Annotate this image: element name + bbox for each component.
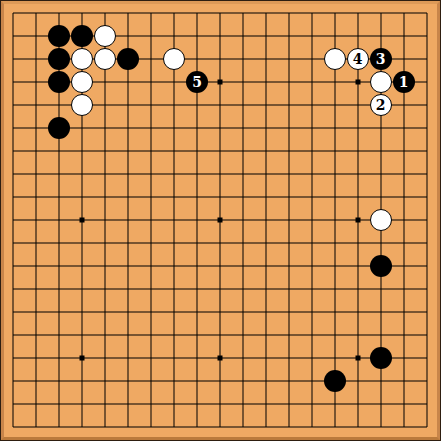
intersection-D10[interactable] <box>71 209 94 232</box>
intersection-K10[interactable] <box>209 209 232 232</box>
intersection-A19[interactable] <box>2 2 25 25</box>
intersection-H8[interactable] <box>163 254 186 277</box>
intersection-A4[interactable] <box>2 346 25 369</box>
intersection-L12[interactable] <box>231 163 254 186</box>
intersection-F15[interactable] <box>117 94 140 117</box>
intersection-T8[interactable] <box>415 254 438 277</box>
intersection-S15[interactable] <box>392 94 415 117</box>
intersection-T12[interactable] <box>415 163 438 186</box>
intersection-Q16[interactable] <box>346 71 369 94</box>
intersection-Q18[interactable] <box>346 25 369 48</box>
intersection-S8[interactable] <box>392 254 415 277</box>
intersection-B8[interactable] <box>25 254 48 277</box>
intersection-R13[interactable] <box>369 140 392 163</box>
intersection-E6[interactable] <box>94 300 117 323</box>
intersection-B1[interactable] <box>25 415 48 438</box>
intersection-A10[interactable] <box>2 209 25 232</box>
intersection-E4[interactable] <box>94 346 117 369</box>
intersection-F18[interactable] <box>117 25 140 48</box>
intersection-F1[interactable] <box>117 415 140 438</box>
intersection-T7[interactable] <box>415 277 438 300</box>
intersection-E11[interactable] <box>94 186 117 209</box>
intersection-A5[interactable] <box>2 323 25 346</box>
intersection-L5[interactable] <box>231 323 254 346</box>
intersection-B4[interactable] <box>25 346 48 369</box>
intersection-P18[interactable] <box>323 25 346 48</box>
intersection-P16[interactable] <box>323 71 346 94</box>
intersection-M13[interactable] <box>254 140 277 163</box>
intersection-O5[interactable] <box>300 323 323 346</box>
intersection-C5[interactable] <box>48 323 71 346</box>
intersection-B12[interactable] <box>25 163 48 186</box>
intersection-N13[interactable] <box>277 140 300 163</box>
intersection-M7[interactable] <box>254 277 277 300</box>
intersection-N16[interactable] <box>277 71 300 94</box>
intersection-C2[interactable] <box>48 392 71 415</box>
intersection-L10[interactable] <box>231 209 254 232</box>
intersection-D17[interactable] <box>71 48 94 71</box>
intersection-G19[interactable] <box>140 2 163 25</box>
intersection-F4[interactable] <box>117 346 140 369</box>
intersection-P9[interactable] <box>323 231 346 254</box>
intersection-H6[interactable] <box>163 300 186 323</box>
intersection-K2[interactable] <box>209 392 232 415</box>
intersection-H3[interactable] <box>163 369 186 392</box>
intersection-D5[interactable] <box>71 323 94 346</box>
intersection-Q1[interactable] <box>346 415 369 438</box>
intersection-M17[interactable] <box>254 48 277 71</box>
intersection-S16[interactable]: 1 <box>392 71 415 94</box>
intersection-G7[interactable] <box>140 277 163 300</box>
intersection-L14[interactable] <box>231 117 254 140</box>
intersection-K11[interactable] <box>209 186 232 209</box>
intersection-O14[interactable] <box>300 117 323 140</box>
intersection-S19[interactable] <box>392 2 415 25</box>
intersection-R17[interactable]: 3 <box>369 48 392 71</box>
intersection-E8[interactable] <box>94 254 117 277</box>
intersection-Q5[interactable] <box>346 323 369 346</box>
intersection-C9[interactable] <box>48 231 71 254</box>
intersection-J18[interactable] <box>186 25 209 48</box>
intersection-T16[interactable] <box>415 71 438 94</box>
intersection-L6[interactable] <box>231 300 254 323</box>
intersection-F10[interactable] <box>117 209 140 232</box>
intersection-B6[interactable] <box>25 300 48 323</box>
intersection-M1[interactable] <box>254 415 277 438</box>
intersection-P6[interactable] <box>323 300 346 323</box>
intersection-B18[interactable] <box>25 25 48 48</box>
intersection-N14[interactable] <box>277 117 300 140</box>
intersection-J19[interactable] <box>186 2 209 25</box>
intersection-H14[interactable] <box>163 117 186 140</box>
intersection-G15[interactable] <box>140 94 163 117</box>
intersection-S2[interactable] <box>392 392 415 415</box>
intersection-O12[interactable] <box>300 163 323 186</box>
intersection-P1[interactable] <box>323 415 346 438</box>
intersection-D19[interactable] <box>71 2 94 25</box>
intersection-B10[interactable] <box>25 209 48 232</box>
intersection-A14[interactable] <box>2 117 25 140</box>
intersection-O4[interactable] <box>300 346 323 369</box>
intersection-G4[interactable] <box>140 346 163 369</box>
intersection-J12[interactable] <box>186 163 209 186</box>
intersection-K17[interactable] <box>209 48 232 71</box>
intersection-C17[interactable] <box>48 48 71 71</box>
intersection-Q9[interactable] <box>346 231 369 254</box>
intersection-H7[interactable] <box>163 277 186 300</box>
intersection-D1[interactable] <box>71 415 94 438</box>
intersection-G17[interactable] <box>140 48 163 71</box>
intersection-B3[interactable] <box>25 369 48 392</box>
intersection-Q10[interactable] <box>346 209 369 232</box>
intersection-K6[interactable] <box>209 300 232 323</box>
intersection-K5[interactable] <box>209 323 232 346</box>
intersection-H12[interactable] <box>163 163 186 186</box>
intersection-T2[interactable] <box>415 392 438 415</box>
intersection-A17[interactable] <box>2 48 25 71</box>
intersection-F17[interactable] <box>117 48 140 71</box>
intersection-M15[interactable] <box>254 94 277 117</box>
intersection-T5[interactable] <box>415 323 438 346</box>
intersection-M14[interactable] <box>254 117 277 140</box>
intersection-C19[interactable] <box>48 2 71 25</box>
intersection-N10[interactable] <box>277 209 300 232</box>
intersection-E12[interactable] <box>94 163 117 186</box>
intersection-B9[interactable] <box>25 231 48 254</box>
intersection-Q19[interactable] <box>346 2 369 25</box>
intersection-L2[interactable] <box>231 392 254 415</box>
intersection-Q17[interactable]: 4 <box>346 48 369 71</box>
intersection-N12[interactable] <box>277 163 300 186</box>
intersection-L9[interactable] <box>231 231 254 254</box>
intersection-E17[interactable] <box>94 48 117 71</box>
intersection-N4[interactable] <box>277 346 300 369</box>
intersection-B7[interactable] <box>25 277 48 300</box>
intersection-O16[interactable] <box>300 71 323 94</box>
intersection-H1[interactable] <box>163 415 186 438</box>
intersection-O2[interactable] <box>300 392 323 415</box>
intersection-P3[interactable] <box>323 369 346 392</box>
intersection-L16[interactable] <box>231 71 254 94</box>
intersection-B11[interactable] <box>25 186 48 209</box>
intersection-N5[interactable] <box>277 323 300 346</box>
intersection-R5[interactable] <box>369 323 392 346</box>
intersection-K4[interactable] <box>209 346 232 369</box>
intersection-E14[interactable] <box>94 117 117 140</box>
intersection-P2[interactable] <box>323 392 346 415</box>
intersection-L15[interactable] <box>231 94 254 117</box>
intersection-J5[interactable] <box>186 323 209 346</box>
intersection-K9[interactable] <box>209 231 232 254</box>
intersection-P13[interactable] <box>323 140 346 163</box>
intersection-G16[interactable] <box>140 71 163 94</box>
intersection-R9[interactable] <box>369 231 392 254</box>
intersection-N1[interactable] <box>277 415 300 438</box>
intersection-F14[interactable] <box>117 117 140 140</box>
intersection-C12[interactable] <box>48 163 71 186</box>
intersection-H15[interactable] <box>163 94 186 117</box>
intersection-R3[interactable] <box>369 369 392 392</box>
intersection-K14[interactable] <box>209 117 232 140</box>
intersection-R11[interactable] <box>369 186 392 209</box>
intersection-N19[interactable] <box>277 2 300 25</box>
intersection-R2[interactable] <box>369 392 392 415</box>
intersection-D9[interactable] <box>71 231 94 254</box>
intersection-H5[interactable] <box>163 323 186 346</box>
intersection-T14[interactable] <box>415 117 438 140</box>
intersection-L18[interactable] <box>231 25 254 48</box>
intersection-Q11[interactable] <box>346 186 369 209</box>
intersection-F9[interactable] <box>117 231 140 254</box>
intersection-K12[interactable] <box>209 163 232 186</box>
intersection-M5[interactable] <box>254 323 277 346</box>
intersection-P19[interactable] <box>323 2 346 25</box>
intersection-B14[interactable] <box>25 117 48 140</box>
intersection-C11[interactable] <box>48 186 71 209</box>
intersection-B13[interactable] <box>25 140 48 163</box>
intersection-R19[interactable] <box>369 2 392 25</box>
intersection-J10[interactable] <box>186 209 209 232</box>
intersection-J3[interactable] <box>186 369 209 392</box>
intersection-F12[interactable] <box>117 163 140 186</box>
intersection-T15[interactable] <box>415 94 438 117</box>
intersection-M3[interactable] <box>254 369 277 392</box>
intersection-B16[interactable] <box>25 71 48 94</box>
intersection-O11[interactable] <box>300 186 323 209</box>
intersection-M11[interactable] <box>254 186 277 209</box>
intersection-P5[interactable] <box>323 323 346 346</box>
intersection-O19[interactable] <box>300 2 323 25</box>
intersection-C7[interactable] <box>48 277 71 300</box>
intersection-E10[interactable] <box>94 209 117 232</box>
intersection-C15[interactable] <box>48 94 71 117</box>
intersection-H17[interactable] <box>163 48 186 71</box>
intersection-F2[interactable] <box>117 392 140 415</box>
intersection-S7[interactable] <box>392 277 415 300</box>
intersection-A18[interactable] <box>2 25 25 48</box>
intersection-A9[interactable] <box>2 231 25 254</box>
intersection-S5[interactable] <box>392 323 415 346</box>
intersection-G8[interactable] <box>140 254 163 277</box>
intersection-E5[interactable] <box>94 323 117 346</box>
intersection-Q8[interactable] <box>346 254 369 277</box>
intersection-K1[interactable] <box>209 415 232 438</box>
intersection-O10[interactable] <box>300 209 323 232</box>
intersection-S17[interactable] <box>392 48 415 71</box>
intersection-A15[interactable] <box>2 94 25 117</box>
intersection-N6[interactable] <box>277 300 300 323</box>
intersection-L11[interactable] <box>231 186 254 209</box>
intersection-E7[interactable] <box>94 277 117 300</box>
intersection-C16[interactable] <box>48 71 71 94</box>
intersection-D18[interactable] <box>71 25 94 48</box>
intersection-Q15[interactable] <box>346 94 369 117</box>
intersection-T13[interactable] <box>415 140 438 163</box>
intersection-P8[interactable] <box>323 254 346 277</box>
intersection-B2[interactable] <box>25 392 48 415</box>
intersection-J6[interactable] <box>186 300 209 323</box>
intersection-N8[interactable] <box>277 254 300 277</box>
intersection-S1[interactable] <box>392 415 415 438</box>
intersection-B15[interactable] <box>25 94 48 117</box>
intersection-D15[interactable] <box>71 94 94 117</box>
intersection-K8[interactable] <box>209 254 232 277</box>
intersection-M2[interactable] <box>254 392 277 415</box>
intersection-B19[interactable] <box>25 2 48 25</box>
intersection-J8[interactable] <box>186 254 209 277</box>
intersection-S3[interactable] <box>392 369 415 392</box>
intersection-S13[interactable] <box>392 140 415 163</box>
intersection-A8[interactable] <box>2 254 25 277</box>
intersection-F16[interactable] <box>117 71 140 94</box>
intersection-Q7[interactable] <box>346 277 369 300</box>
intersection-S10[interactable] <box>392 209 415 232</box>
intersection-B5[interactable] <box>25 323 48 346</box>
intersection-K19[interactable] <box>209 2 232 25</box>
intersection-P14[interactable] <box>323 117 346 140</box>
intersection-L19[interactable] <box>231 2 254 25</box>
intersection-Q6[interactable] <box>346 300 369 323</box>
intersection-J13[interactable] <box>186 140 209 163</box>
intersection-L13[interactable] <box>231 140 254 163</box>
intersection-G11[interactable] <box>140 186 163 209</box>
intersection-A3[interactable] <box>2 369 25 392</box>
intersection-Q13[interactable] <box>346 140 369 163</box>
intersection-F8[interactable] <box>117 254 140 277</box>
intersection-T6[interactable] <box>415 300 438 323</box>
intersection-A6[interactable] <box>2 300 25 323</box>
intersection-M10[interactable] <box>254 209 277 232</box>
intersection-O15[interactable] <box>300 94 323 117</box>
intersection-T10[interactable] <box>415 209 438 232</box>
intersection-S11[interactable] <box>392 186 415 209</box>
intersection-A12[interactable] <box>2 163 25 186</box>
intersection-T4[interactable] <box>415 346 438 369</box>
intersection-S9[interactable] <box>392 231 415 254</box>
intersection-O3[interactable] <box>300 369 323 392</box>
intersection-C1[interactable] <box>48 415 71 438</box>
intersection-P15[interactable] <box>323 94 346 117</box>
intersection-G10[interactable] <box>140 209 163 232</box>
intersection-G6[interactable] <box>140 300 163 323</box>
intersection-S12[interactable] <box>392 163 415 186</box>
intersection-M19[interactable] <box>254 2 277 25</box>
intersection-O1[interactable] <box>300 415 323 438</box>
intersection-S18[interactable] <box>392 25 415 48</box>
intersection-M18[interactable] <box>254 25 277 48</box>
intersection-T18[interactable] <box>415 25 438 48</box>
intersection-G18[interactable] <box>140 25 163 48</box>
intersection-J2[interactable] <box>186 392 209 415</box>
intersection-E3[interactable] <box>94 369 117 392</box>
intersection-P7[interactable] <box>323 277 346 300</box>
intersection-Q4[interactable] <box>346 346 369 369</box>
intersection-P17[interactable] <box>323 48 346 71</box>
intersection-N18[interactable] <box>277 25 300 48</box>
intersection-H18[interactable] <box>163 25 186 48</box>
intersection-J9[interactable] <box>186 231 209 254</box>
intersection-P4[interactable] <box>323 346 346 369</box>
intersection-E9[interactable] <box>94 231 117 254</box>
intersection-H16[interactable] <box>163 71 186 94</box>
intersection-L8[interactable] <box>231 254 254 277</box>
intersection-O6[interactable] <box>300 300 323 323</box>
intersection-B17[interactable] <box>25 48 48 71</box>
intersection-G3[interactable] <box>140 369 163 392</box>
intersection-H10[interactable] <box>163 209 186 232</box>
intersection-M6[interactable] <box>254 300 277 323</box>
intersection-O9[interactable] <box>300 231 323 254</box>
intersection-T3[interactable] <box>415 369 438 392</box>
intersection-A7[interactable] <box>2 277 25 300</box>
intersection-N17[interactable] <box>277 48 300 71</box>
intersection-F19[interactable] <box>117 2 140 25</box>
intersection-L4[interactable] <box>231 346 254 369</box>
intersection-Q2[interactable] <box>346 392 369 415</box>
intersection-D4[interactable] <box>71 346 94 369</box>
intersection-J16[interactable]: 5 <box>186 71 209 94</box>
intersection-J7[interactable] <box>186 277 209 300</box>
intersection-E13[interactable] <box>94 140 117 163</box>
intersection-O18[interactable] <box>300 25 323 48</box>
intersection-F6[interactable] <box>117 300 140 323</box>
intersection-G1[interactable] <box>140 415 163 438</box>
intersection-L7[interactable] <box>231 277 254 300</box>
intersection-K15[interactable] <box>209 94 232 117</box>
intersection-N3[interactable] <box>277 369 300 392</box>
intersection-G2[interactable] <box>140 392 163 415</box>
intersection-R4[interactable] <box>369 346 392 369</box>
intersection-R1[interactable] <box>369 415 392 438</box>
intersection-D7[interactable] <box>71 277 94 300</box>
intersection-Q3[interactable] <box>346 369 369 392</box>
intersection-N7[interactable] <box>277 277 300 300</box>
intersection-T19[interactable] <box>415 2 438 25</box>
intersection-L1[interactable] <box>231 415 254 438</box>
intersection-G5[interactable] <box>140 323 163 346</box>
intersection-C6[interactable] <box>48 300 71 323</box>
intersection-S4[interactable] <box>392 346 415 369</box>
intersection-G14[interactable] <box>140 117 163 140</box>
intersection-O7[interactable] <box>300 277 323 300</box>
intersection-G12[interactable] <box>140 163 163 186</box>
intersection-T11[interactable] <box>415 186 438 209</box>
intersection-G13[interactable] <box>140 140 163 163</box>
intersection-F11[interactable] <box>117 186 140 209</box>
intersection-A1[interactable] <box>2 415 25 438</box>
intersection-H11[interactable] <box>163 186 186 209</box>
intersection-O17[interactable] <box>300 48 323 71</box>
intersection-K13[interactable] <box>209 140 232 163</box>
intersection-E19[interactable] <box>94 2 117 25</box>
intersection-T1[interactable] <box>415 415 438 438</box>
intersection-E16[interactable] <box>94 71 117 94</box>
intersection-F5[interactable] <box>117 323 140 346</box>
intersection-S14[interactable] <box>392 117 415 140</box>
intersection-H13[interactable] <box>163 140 186 163</box>
intersection-R10[interactable] <box>369 209 392 232</box>
intersection-A2[interactable] <box>2 392 25 415</box>
intersection-C8[interactable] <box>48 254 71 277</box>
intersection-D6[interactable] <box>71 300 94 323</box>
intersection-T17[interactable] <box>415 48 438 71</box>
intersection-P10[interactable] <box>323 209 346 232</box>
intersection-H2[interactable] <box>163 392 186 415</box>
intersection-Q14[interactable] <box>346 117 369 140</box>
intersection-P11[interactable] <box>323 186 346 209</box>
intersection-K3[interactable] <box>209 369 232 392</box>
intersection-J11[interactable] <box>186 186 209 209</box>
